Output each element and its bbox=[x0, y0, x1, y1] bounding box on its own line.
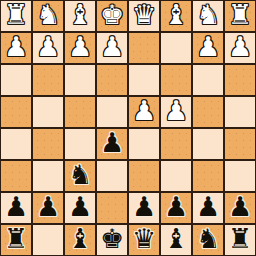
square-e4[interactable] bbox=[96, 96, 128, 128]
square-h5[interactable] bbox=[0, 128, 32, 160]
square-g2[interactable]: ♟ bbox=[32, 32, 64, 64]
square-h3[interactable] bbox=[0, 64, 32, 96]
square-g4[interactable] bbox=[32, 96, 64, 128]
square-b5[interactable] bbox=[192, 128, 224, 160]
square-h2[interactable]: ♟ bbox=[0, 32, 32, 64]
square-a7[interactable]: ♟ bbox=[224, 192, 256, 224]
square-f6[interactable]: ♞ bbox=[64, 160, 96, 192]
square-h8[interactable]: ♜ bbox=[0, 224, 32, 256]
piece-black-pawn[interactable]: ♟ bbox=[196, 191, 220, 223]
piece-white-pawn[interactable]: ♟ bbox=[68, 31, 92, 63]
square-e3[interactable] bbox=[96, 64, 128, 96]
square-f5[interactable] bbox=[64, 128, 96, 160]
square-f7[interactable]: ♟ bbox=[64, 192, 96, 224]
piece-white-pawn[interactable]: ♟ bbox=[228, 31, 252, 63]
piece-black-bishop[interactable]: ♝ bbox=[164, 223, 188, 255]
piece-white-knight[interactable]: ♞ bbox=[196, 0, 220, 31]
square-e5[interactable]: ♟ bbox=[96, 128, 128, 160]
square-g6[interactable] bbox=[32, 160, 64, 192]
square-a5[interactable] bbox=[224, 128, 256, 160]
square-e2[interactable]: ♟ bbox=[96, 32, 128, 64]
piece-black-pawn[interactable]: ♟ bbox=[164, 191, 188, 223]
square-h4[interactable] bbox=[0, 96, 32, 128]
square-d1[interactable]: ♛ bbox=[128, 0, 160, 32]
piece-black-bishop[interactable]: ♝ bbox=[68, 223, 92, 255]
piece-black-pawn[interactable]: ♟ bbox=[68, 191, 92, 223]
square-c4[interactable]: ♟ bbox=[160, 96, 192, 128]
square-h7[interactable]: ♟ bbox=[0, 192, 32, 224]
square-c2[interactable] bbox=[160, 32, 192, 64]
square-b1[interactable]: ♞ bbox=[192, 0, 224, 32]
piece-black-knight[interactable]: ♞ bbox=[68, 159, 92, 191]
square-d7[interactable]: ♟ bbox=[128, 192, 160, 224]
square-f3[interactable] bbox=[64, 64, 96, 96]
square-f4[interactable] bbox=[64, 96, 96, 128]
square-a8[interactable]: ♜ bbox=[224, 224, 256, 256]
square-f8[interactable]: ♝ bbox=[64, 224, 96, 256]
piece-white-rook[interactable]: ♜ bbox=[228, 0, 252, 31]
square-a4[interactable] bbox=[224, 96, 256, 128]
piece-white-pawn[interactable]: ♟ bbox=[100, 31, 124, 63]
square-c8[interactable]: ♝ bbox=[160, 224, 192, 256]
square-e8[interactable]: ♚ bbox=[96, 224, 128, 256]
square-d4[interactable]: ♟ bbox=[128, 96, 160, 128]
square-g7[interactable]: ♟ bbox=[32, 192, 64, 224]
piece-white-bishop[interactable]: ♝ bbox=[164, 0, 188, 31]
square-g8[interactable] bbox=[32, 224, 64, 256]
square-c1[interactable]: ♝ bbox=[160, 0, 192, 32]
square-f2[interactable]: ♟ bbox=[64, 32, 96, 64]
piece-black-pawn[interactable]: ♟ bbox=[100, 127, 124, 159]
square-e1[interactable]: ♚ bbox=[96, 0, 128, 32]
piece-white-pawn[interactable]: ♟ bbox=[132, 95, 156, 127]
piece-black-rook[interactable]: ♜ bbox=[4, 223, 28, 255]
piece-white-pawn[interactable]: ♟ bbox=[164, 95, 188, 127]
square-a1[interactable]: ♜ bbox=[224, 0, 256, 32]
square-d3[interactable] bbox=[128, 64, 160, 96]
square-c3[interactable] bbox=[160, 64, 192, 96]
square-g5[interactable] bbox=[32, 128, 64, 160]
piece-black-knight[interactable]: ♞ bbox=[196, 223, 220, 255]
piece-black-pawn[interactable]: ♟ bbox=[132, 191, 156, 223]
square-d8[interactable]: ♛ bbox=[128, 224, 160, 256]
square-a6[interactable] bbox=[224, 160, 256, 192]
square-b8[interactable]: ♞ bbox=[192, 224, 224, 256]
square-a3[interactable] bbox=[224, 64, 256, 96]
square-c5[interactable] bbox=[160, 128, 192, 160]
square-g3[interactable] bbox=[32, 64, 64, 96]
chess-board: ♜♞♝♚♛♝♞♜♟♟♟♟♟♟♟♟♟♞♟♟♟♟♟♟♟♜♝♚♛♝♞♜ bbox=[0, 0, 256, 256]
square-d6[interactable] bbox=[128, 160, 160, 192]
square-e6[interactable] bbox=[96, 160, 128, 192]
piece-black-rook[interactable]: ♜ bbox=[228, 223, 252, 255]
square-d2[interactable] bbox=[128, 32, 160, 64]
square-b7[interactable]: ♟ bbox=[192, 192, 224, 224]
piece-white-bishop[interactable]: ♝ bbox=[68, 0, 92, 31]
piece-black-king[interactable]: ♚ bbox=[100, 223, 124, 255]
square-e7[interactable] bbox=[96, 192, 128, 224]
square-g1[interactable]: ♞ bbox=[32, 0, 64, 32]
piece-white-pawn[interactable]: ♟ bbox=[196, 31, 220, 63]
piece-black-pawn[interactable]: ♟ bbox=[228, 191, 252, 223]
piece-black-pawn[interactable]: ♟ bbox=[36, 191, 60, 223]
square-h1[interactable]: ♜ bbox=[0, 0, 32, 32]
square-c6[interactable] bbox=[160, 160, 192, 192]
square-b3[interactable] bbox=[192, 64, 224, 96]
square-f1[interactable]: ♝ bbox=[64, 0, 96, 32]
square-b2[interactable]: ♟ bbox=[192, 32, 224, 64]
square-h6[interactable] bbox=[0, 160, 32, 192]
piece-white-king[interactable]: ♚ bbox=[100, 0, 124, 31]
piece-white-knight[interactable]: ♞ bbox=[36, 0, 60, 31]
piece-black-pawn[interactable]: ♟ bbox=[4, 191, 28, 223]
square-b4[interactable] bbox=[192, 96, 224, 128]
piece-white-pawn[interactable]: ♟ bbox=[4, 31, 28, 63]
piece-white-queen[interactable]: ♛ bbox=[132, 0, 156, 31]
piece-black-queen[interactable]: ♛ bbox=[132, 223, 156, 255]
piece-white-rook[interactable]: ♜ bbox=[4, 0, 28, 31]
square-d5[interactable] bbox=[128, 128, 160, 160]
square-a2[interactable]: ♟ bbox=[224, 32, 256, 64]
piece-white-pawn[interactable]: ♟ bbox=[36, 31, 60, 63]
square-c7[interactable]: ♟ bbox=[160, 192, 192, 224]
square-b6[interactable] bbox=[192, 160, 224, 192]
